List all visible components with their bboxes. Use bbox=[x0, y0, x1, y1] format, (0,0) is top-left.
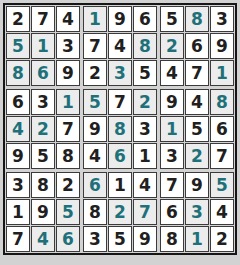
cell-r2c6[interactable]: 8 bbox=[133, 33, 157, 59]
cell-r5c4[interactable]: 9 bbox=[83, 116, 107, 142]
cell-r6c1[interactable]: 9 bbox=[6, 143, 30, 169]
cell-r7c5[interactable]: 1 bbox=[108, 172, 132, 198]
box-5: 572983461 bbox=[83, 89, 157, 169]
cell-r5c3[interactable]: 7 bbox=[56, 116, 80, 142]
cell-r8c6[interactable]: 7 bbox=[133, 199, 157, 225]
sudoku-page: 2745138691967482355832694716314279585729… bbox=[0, 0, 240, 265]
box-1: 274513869 bbox=[6, 6, 80, 86]
cell-r4c2[interactable]: 3 bbox=[31, 89, 55, 115]
cell-r1c9[interactable]: 3 bbox=[210, 6, 234, 32]
cell-r1c2[interactable]: 7 bbox=[31, 6, 55, 32]
cell-r2c9[interactable]: 9 bbox=[210, 33, 234, 59]
cell-r7c8[interactable]: 9 bbox=[185, 172, 209, 198]
cell-r3c5[interactable]: 3 bbox=[108, 60, 132, 86]
cell-r6c5[interactable]: 6 bbox=[108, 143, 132, 169]
cell-r5c7[interactable]: 1 bbox=[160, 116, 184, 142]
cell-r9c4[interactable]: 3 bbox=[83, 226, 107, 252]
box-4: 631427958 bbox=[6, 89, 80, 169]
cell-r5c8[interactable]: 5 bbox=[185, 116, 209, 142]
cell-r7c4[interactable]: 6 bbox=[83, 172, 107, 198]
cell-r7c1[interactable]: 3 bbox=[6, 172, 30, 198]
cell-r8c2[interactable]: 9 bbox=[31, 199, 55, 225]
cell-r7c9[interactable]: 5 bbox=[210, 172, 234, 198]
cell-r1c6[interactable]: 6 bbox=[133, 6, 157, 32]
cell-r7c3[interactable]: 2 bbox=[56, 172, 80, 198]
cell-r8c4[interactable]: 8 bbox=[83, 199, 107, 225]
cell-r1c8[interactable]: 8 bbox=[185, 6, 209, 32]
cell-r9c5[interactable]: 5 bbox=[108, 226, 132, 252]
cell-r1c1[interactable]: 2 bbox=[6, 6, 30, 32]
cell-r8c9[interactable]: 4 bbox=[210, 199, 234, 225]
cell-r7c7[interactable]: 7 bbox=[160, 172, 184, 198]
cell-r2c4[interactable]: 7 bbox=[83, 33, 107, 59]
box-9: 795634812 bbox=[160, 172, 234, 252]
cell-r2c3[interactable]: 3 bbox=[56, 33, 80, 59]
cell-r4c9[interactable]: 8 bbox=[210, 89, 234, 115]
cell-r1c5[interactable]: 9 bbox=[108, 6, 132, 32]
cell-r8c8[interactable]: 3 bbox=[185, 199, 209, 225]
cell-r8c1[interactable]: 1 bbox=[6, 199, 30, 225]
cell-r6c6[interactable]: 1 bbox=[133, 143, 157, 169]
cell-r4c5[interactable]: 7 bbox=[108, 89, 132, 115]
cell-r8c3[interactable]: 5 bbox=[56, 199, 80, 225]
cell-r3c7[interactable]: 4 bbox=[160, 60, 184, 86]
cell-r9c8[interactable]: 1 bbox=[185, 226, 209, 252]
cell-r3c8[interactable]: 7 bbox=[185, 60, 209, 86]
cell-r2c7[interactable]: 2 bbox=[160, 33, 184, 59]
cell-r4c3[interactable]: 1 bbox=[56, 89, 80, 115]
cell-r8c5[interactable]: 2 bbox=[108, 199, 132, 225]
cell-r6c7[interactable]: 3 bbox=[160, 143, 184, 169]
cell-r5c9[interactable]: 6 bbox=[210, 116, 234, 142]
cell-r7c2[interactable]: 8 bbox=[31, 172, 55, 198]
sudoku-board: 2745138691967482355832694716314279585729… bbox=[3, 3, 237, 255]
cell-r5c5[interactable]: 8 bbox=[108, 116, 132, 142]
cell-r5c1[interactable]: 4 bbox=[6, 116, 30, 142]
cell-r6c3[interactable]: 8 bbox=[56, 143, 80, 169]
cell-r9c7[interactable]: 8 bbox=[160, 226, 184, 252]
cell-r4c8[interactable]: 4 bbox=[185, 89, 209, 115]
cell-r3c6[interactable]: 5 bbox=[133, 60, 157, 86]
cell-r6c8[interactable]: 2 bbox=[185, 143, 209, 169]
cell-r6c4[interactable]: 4 bbox=[83, 143, 107, 169]
cell-r2c2[interactable]: 1 bbox=[31, 33, 55, 59]
cell-r1c3[interactable]: 4 bbox=[56, 6, 80, 32]
cell-r6c9[interactable]: 7 bbox=[210, 143, 234, 169]
cell-r2c8[interactable]: 6 bbox=[185, 33, 209, 59]
cell-r3c1[interactable]: 8 bbox=[6, 60, 30, 86]
cell-r9c1[interactable]: 7 bbox=[6, 226, 30, 252]
cell-r2c5[interactable]: 4 bbox=[108, 33, 132, 59]
cell-r4c1[interactable]: 6 bbox=[6, 89, 30, 115]
cell-r9c6[interactable]: 9 bbox=[133, 226, 157, 252]
cell-r3c3[interactable]: 9 bbox=[56, 60, 80, 86]
cell-r9c3[interactable]: 6 bbox=[56, 226, 80, 252]
cell-r7c6[interactable]: 4 bbox=[133, 172, 157, 198]
cell-r3c4[interactable]: 2 bbox=[83, 60, 107, 86]
box-7: 382195746 bbox=[6, 172, 80, 252]
cell-r4c4[interactable]: 5 bbox=[83, 89, 107, 115]
cell-r4c6[interactable]: 2 bbox=[133, 89, 157, 115]
box-6: 948156327 bbox=[160, 89, 234, 169]
cell-r3c2[interactable]: 6 bbox=[31, 60, 55, 86]
box-8: 614827359 bbox=[83, 172, 157, 252]
cell-r6c2[interactable]: 5 bbox=[31, 143, 55, 169]
cell-r1c7[interactable]: 5 bbox=[160, 6, 184, 32]
cell-r5c6[interactable]: 3 bbox=[133, 116, 157, 142]
cell-r2c1[interactable]: 5 bbox=[6, 33, 30, 59]
box-3: 583269471 bbox=[160, 6, 234, 86]
cell-r3c9[interactable]: 1 bbox=[210, 60, 234, 86]
cell-r9c2[interactable]: 4 bbox=[31, 226, 55, 252]
cell-r9c9[interactable]: 2 bbox=[210, 226, 234, 252]
cell-r8c7[interactable]: 6 bbox=[160, 199, 184, 225]
cell-r1c4[interactable]: 1 bbox=[83, 6, 107, 32]
cell-r4c7[interactable]: 9 bbox=[160, 89, 184, 115]
box-2: 196748235 bbox=[83, 6, 157, 86]
cell-r5c2[interactable]: 2 bbox=[31, 116, 55, 142]
